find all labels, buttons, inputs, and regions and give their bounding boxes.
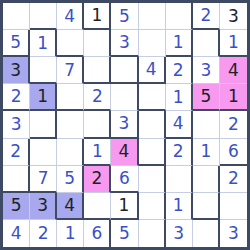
cell-r5c5[interactable]: 3 xyxy=(111,111,138,138)
cell-r7c7[interactable] xyxy=(166,166,193,193)
cell-r1c4[interactable]: 1 xyxy=(84,3,111,30)
cell-r7c4[interactable]: 2 xyxy=(84,166,111,193)
cell-r1c3[interactable]: 4 xyxy=(57,3,84,30)
suguru-board: 4152351311374234212151334221421675262534… xyxy=(0,0,250,250)
cell-r6c8[interactable]: 1 xyxy=(193,139,220,166)
cell-r6c6[interactable] xyxy=(139,139,166,166)
cell-r6c7[interactable]: 2 xyxy=(166,139,193,166)
cell-r8c2[interactable]: 3 xyxy=(30,193,57,220)
cell-r8c7[interactable]: 1 xyxy=(166,193,193,220)
cell-r7c3[interactable]: 5 xyxy=(57,166,84,193)
cell-r3c7[interactable]: 2 xyxy=(166,57,193,84)
cell-r9c4[interactable]: 6 xyxy=(84,220,111,247)
cell-r6c4[interactable]: 1 xyxy=(84,139,111,166)
cell-r9c6[interactable] xyxy=(139,220,166,247)
cell-r9c9[interactable]: 3 xyxy=(220,220,247,247)
cell-r3c9[interactable]: 4 xyxy=(220,57,247,84)
cell-r7c8[interactable] xyxy=(193,166,220,193)
cell-r5c1[interactable]: 3 xyxy=(3,111,30,138)
cell-r5c8[interactable] xyxy=(193,111,220,138)
cell-r8c4[interactable] xyxy=(84,193,111,220)
cell-r7c1[interactable] xyxy=(3,166,30,193)
cell-r9c1[interactable]: 4 xyxy=(3,220,30,247)
cell-r4c3[interactable] xyxy=(57,84,84,111)
cell-r9c7[interactable]: 3 xyxy=(166,220,193,247)
cell-r6c3[interactable] xyxy=(57,139,84,166)
cell-r6c1[interactable]: 2 xyxy=(3,139,30,166)
cell-r9c3[interactable]: 1 xyxy=(57,220,84,247)
cell-r2c1[interactable]: 5 xyxy=(3,30,30,57)
cell-r1c2[interactable] xyxy=(30,3,57,30)
cell-r4c5[interactable] xyxy=(111,84,138,111)
cell-r1c6[interactable] xyxy=(139,3,166,30)
cell-r8c5[interactable]: 1 xyxy=(111,193,138,220)
cell-r4c2[interactable]: 1 xyxy=(30,84,57,111)
cell-r3c6[interactable]: 4 xyxy=(139,57,166,84)
cell-r2c9[interactable]: 1 xyxy=(220,30,247,57)
cell-r3c8[interactable]: 3 xyxy=(193,57,220,84)
cell-r5c6[interactable] xyxy=(139,111,166,138)
cell-r5c9[interactable]: 2 xyxy=(220,111,247,138)
cell-r6c9[interactable]: 6 xyxy=(220,139,247,166)
cell-r3c3[interactable]: 7 xyxy=(57,57,84,84)
cell-r1c9[interactable]: 3 xyxy=(220,3,247,30)
cell-r2c2[interactable]: 1 xyxy=(30,30,57,57)
cell-r2c6[interactable] xyxy=(139,30,166,57)
cell-r4c1[interactable]: 2 xyxy=(3,84,30,111)
cell-r4c9[interactable]: 1 xyxy=(220,84,247,111)
cell-r2c5[interactable]: 3 xyxy=(111,30,138,57)
cell-r3c1[interactable]: 3 xyxy=(3,57,30,84)
cell-r9c8[interactable] xyxy=(193,220,220,247)
cell-r3c4[interactable] xyxy=(84,57,111,84)
cell-r5c3[interactable] xyxy=(57,111,84,138)
cell-r3c2[interactable] xyxy=(30,57,57,84)
cell-r1c7[interactable] xyxy=(166,3,193,30)
cell-r1c8[interactable]: 2 xyxy=(193,3,220,30)
cell-r2c8[interactable] xyxy=(193,30,220,57)
cell-r7c2[interactable]: 7 xyxy=(30,166,57,193)
cell-r8c3[interactable]: 4 xyxy=(57,193,84,220)
cell-r7c5[interactable]: 6 xyxy=(111,166,138,193)
cell-r6c2[interactable] xyxy=(30,139,57,166)
cell-r4c4[interactable]: 2 xyxy=(84,84,111,111)
cell-r1c1[interactable] xyxy=(3,3,30,30)
cell-r5c2[interactable] xyxy=(30,111,57,138)
cell-r5c4[interactable] xyxy=(84,111,111,138)
cell-r6c5[interactable]: 4 xyxy=(111,139,138,166)
cell-r1c5[interactable]: 5 xyxy=(111,3,138,30)
cell-r8c9[interactable] xyxy=(220,193,247,220)
cell-r8c8[interactable] xyxy=(193,193,220,220)
cell-r8c1[interactable]: 5 xyxy=(3,193,30,220)
cell-r4c8[interactable]: 5 xyxy=(193,84,220,111)
cell-r4c6[interactable] xyxy=(139,84,166,111)
cell-r3c5[interactable] xyxy=(111,57,138,84)
cell-r2c7[interactable]: 1 xyxy=(166,30,193,57)
cell-r7c6[interactable] xyxy=(139,166,166,193)
cell-r2c3[interactable] xyxy=(57,30,84,57)
cell-r2c4[interactable] xyxy=(84,30,111,57)
cell-r8c6[interactable] xyxy=(139,193,166,220)
cell-r5c7[interactable]: 4 xyxy=(166,111,193,138)
cell-r7c9[interactable]: 2 xyxy=(220,166,247,193)
cell-r9c2[interactable]: 2 xyxy=(30,220,57,247)
cell-r4c7[interactable]: 1 xyxy=(166,84,193,111)
cell-r9c5[interactable]: 5 xyxy=(111,220,138,247)
